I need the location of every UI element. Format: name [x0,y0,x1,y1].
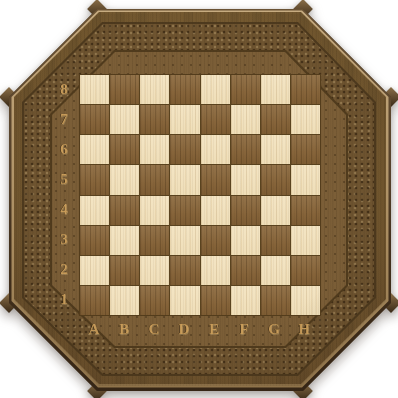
file-labels: ABCDEFGH [79,314,319,344]
square-a7[interactable] [80,105,109,134]
square-f6[interactable] [231,135,260,164]
square-e1[interactable] [201,286,230,315]
square-f3[interactable] [231,226,260,255]
rank-label-6: 6 [50,134,78,164]
square-h6[interactable] [291,135,320,164]
square-f4[interactable] [231,196,260,225]
square-g1[interactable] [261,286,290,315]
square-h3[interactable] [291,226,320,255]
square-e8[interactable] [201,75,230,104]
rank-label-2: 2 [50,254,78,284]
square-e7[interactable] [201,105,230,134]
square-h1[interactable] [291,286,320,315]
square-b4[interactable] [110,196,139,225]
rank-label-1: 1 [50,284,78,314]
screenshot: 87654321 ABCDEFGH [0,0,398,398]
square-d8[interactable] [170,75,199,104]
square-g6[interactable] [261,135,290,164]
file-label-h: H [289,314,319,344]
square-f7[interactable] [231,105,260,134]
file-label-c: C [139,314,169,344]
file-label-g: G [259,314,289,344]
square-a8[interactable] [80,75,109,104]
square-b2[interactable] [110,256,139,285]
square-b3[interactable] [110,226,139,255]
square-b7[interactable] [110,105,139,134]
rank-label-4: 4 [50,194,78,224]
rank-labels: 87654321 [50,74,78,314]
square-h2[interactable] [291,256,320,285]
square-f8[interactable] [231,75,260,104]
square-d5[interactable] [170,165,199,194]
square-h4[interactable] [291,196,320,225]
square-a5[interactable] [80,165,109,194]
square-e3[interactable] [201,226,230,255]
square-d4[interactable] [170,196,199,225]
square-g7[interactable] [261,105,290,134]
square-e6[interactable] [201,135,230,164]
square-c7[interactable] [140,105,169,134]
square-a1[interactable] [80,286,109,315]
square-c6[interactable] [140,135,169,164]
square-e5[interactable] [201,165,230,194]
board-grid [79,74,321,316]
chess-board: 87654321 ABCDEFGH [0,0,398,398]
square-a3[interactable] [80,226,109,255]
square-g3[interactable] [261,226,290,255]
square-g8[interactable] [261,75,290,104]
file-label-f: F [229,314,259,344]
square-h8[interactable] [291,75,320,104]
file-label-d: D [169,314,199,344]
square-e4[interactable] [201,196,230,225]
square-c4[interactable] [140,196,169,225]
square-f2[interactable] [231,256,260,285]
file-label-b: B [109,314,139,344]
file-label-e: E [199,314,229,344]
square-d7[interactable] [170,105,199,134]
square-h7[interactable] [291,105,320,134]
rank-label-5: 5 [50,164,78,194]
square-g4[interactable] [261,196,290,225]
square-f5[interactable] [231,165,260,194]
square-b5[interactable] [110,165,139,194]
square-d3[interactable] [170,226,199,255]
square-b6[interactable] [110,135,139,164]
square-a6[interactable] [80,135,109,164]
square-h5[interactable] [291,165,320,194]
rank-label-7: 7 [50,104,78,134]
square-d1[interactable] [170,286,199,315]
square-f1[interactable] [231,286,260,315]
square-e2[interactable] [201,256,230,285]
square-c5[interactable] [140,165,169,194]
rank-label-3: 3 [50,224,78,254]
square-c3[interactable] [140,226,169,255]
square-a2[interactable] [80,256,109,285]
square-d2[interactable] [170,256,199,285]
square-c8[interactable] [140,75,169,104]
square-a4[interactable] [80,196,109,225]
square-g2[interactable] [261,256,290,285]
square-b8[interactable] [110,75,139,104]
square-b1[interactable] [110,286,139,315]
square-c2[interactable] [140,256,169,285]
rank-label-8: 8 [50,74,78,104]
square-g5[interactable] [261,165,290,194]
file-label-a: A [79,314,109,344]
square-c1[interactable] [140,286,169,315]
square-d6[interactable] [170,135,199,164]
